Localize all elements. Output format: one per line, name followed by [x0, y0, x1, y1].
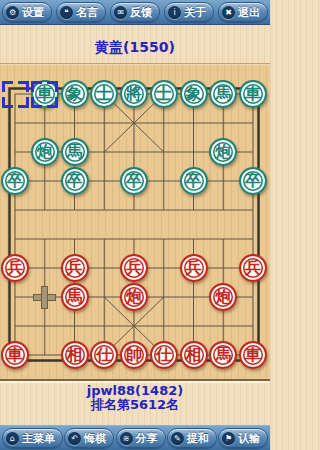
undo-move-button[interactable]: ↶悔棋 — [64, 428, 114, 448]
undo-move-button-label: 悔棋 — [84, 431, 106, 446]
red-horse[interactable]: 馬 — [61, 283, 89, 311]
black-cannon[interactable]: 炮 — [31, 138, 59, 166]
resign-button[interactable]: ⚑认输 — [218, 428, 268, 448]
black-soldier[interactable]: 卒 — [120, 167, 148, 195]
player-rank: 排名第5612名 — [0, 398, 270, 412]
settings-button[interactable]: ⚙设置 — [2, 2, 52, 22]
gear-icon: ⚙ — [6, 6, 19, 19]
red-chariot[interactable]: 車 — [239, 341, 267, 369]
about-button-label: 关于 — [184, 5, 206, 20]
feedback-button-label: 反馈 — [130, 5, 152, 20]
flag-icon: ⚑ — [222, 432, 235, 445]
red-cannon[interactable]: 炮 — [209, 283, 237, 311]
last-move-from-marker — [2, 81, 29, 108]
opponent-name: 黄盖(1550) — [0, 39, 270, 57]
share-button-label: 分享 — [136, 431, 158, 446]
exit-button[interactable]: ✖退出 — [218, 2, 268, 22]
settings-button-label: 设置 — [22, 5, 44, 20]
exit-button-label: 退出 — [238, 5, 260, 20]
black-chariot[interactable]: 車 — [31, 80, 59, 108]
resign-button-label: 认输 — [238, 431, 260, 446]
share-icon: ≋ — [120, 432, 133, 445]
envelope-icon: ✉ — [114, 6, 127, 19]
main-menu-button[interactable]: ⌂主菜单 — [2, 428, 63, 448]
black-soldier[interactable]: 卒 — [61, 167, 89, 195]
share-button[interactable]: ≋分享 — [116, 428, 166, 448]
red-horse[interactable]: 馬 — [209, 341, 237, 369]
red-soldier[interactable]: 兵 — [120, 254, 148, 282]
quotes-button-label: 名言 — [76, 5, 98, 20]
player-info: jpwl88(1482) 排名第5612名 — [0, 384, 270, 412]
red-elephant[interactable]: 相 — [180, 341, 208, 369]
feedback-button[interactable]: ✉反馈 — [110, 2, 160, 22]
close-icon: ✖ — [222, 6, 235, 19]
black-horse[interactable]: 馬 — [209, 80, 237, 108]
top-toolbar: ⚙设置❝名言✉反馈i关于✖退出 — [0, 0, 270, 25]
red-soldier[interactable]: 兵 — [61, 254, 89, 282]
red-soldier[interactable]: 兵 — [180, 254, 208, 282]
about-button[interactable]: i关于 — [164, 2, 214, 22]
black-general[interactable]: 將 — [120, 80, 148, 108]
black-chariot[interactable]: 車 — [239, 80, 267, 108]
black-horse[interactable]: 馬 — [61, 138, 89, 166]
home-icon: ⌂ — [6, 432, 19, 445]
red-soldier[interactable]: 兵 — [239, 254, 267, 282]
black-soldier[interactable]: 卒 — [239, 167, 267, 195]
black-soldier[interactable]: 卒 — [180, 167, 208, 195]
xiangqi-board[interactable]: 車象士將士象馬車炮馬炮卒卒卒卒卒兵兵兵兵兵馬炮炮車相仕帥仕相馬車 — [0, 63, 270, 381]
piece-layer: 車象士將士象馬車炮馬炮卒卒卒卒卒兵兵兵兵兵馬炮炮車相仕帥仕相馬車 — [0, 80, 268, 370]
quotes-button[interactable]: ❝名言 — [56, 2, 106, 22]
bottom-toolbar: ⌂主菜单↶悔棋≋分享✎提和⚑认输 — [0, 425, 270, 450]
red-advisor[interactable]: 仕 — [150, 341, 178, 369]
black-elephant[interactable]: 象 — [61, 80, 89, 108]
black-advisor[interactable]: 士 — [150, 80, 178, 108]
red-cannon[interactable]: 炮 — [120, 283, 148, 311]
red-general[interactable]: 帥 — [120, 341, 148, 369]
red-chariot[interactable]: 車 — [1, 341, 29, 369]
pencil-icon: ✎ — [171, 432, 184, 445]
speech-bubble-icon: ❝ — [60, 6, 73, 19]
black-cannon[interactable]: 炮 — [209, 138, 237, 166]
red-soldier[interactable]: 兵 — [1, 254, 29, 282]
undo-icon: ↶ — [68, 432, 81, 445]
offer-draw-button[interactable]: ✎提和 — [167, 428, 217, 448]
red-elephant[interactable]: 相 — [61, 341, 89, 369]
offer-draw-button-label: 提和 — [187, 431, 209, 446]
black-soldier[interactable]: 卒 — [1, 167, 29, 195]
black-elephant[interactable]: 象 — [180, 80, 208, 108]
main-menu-button-label: 主菜单 — [22, 431, 55, 446]
cursor-crosshair-marker — [31, 284, 58, 311]
red-advisor[interactable]: 仕 — [90, 341, 118, 369]
black-advisor[interactable]: 士 — [90, 80, 118, 108]
info-icon: i — [168, 6, 181, 19]
player-name: jpwl88(1482) — [0, 384, 270, 398]
